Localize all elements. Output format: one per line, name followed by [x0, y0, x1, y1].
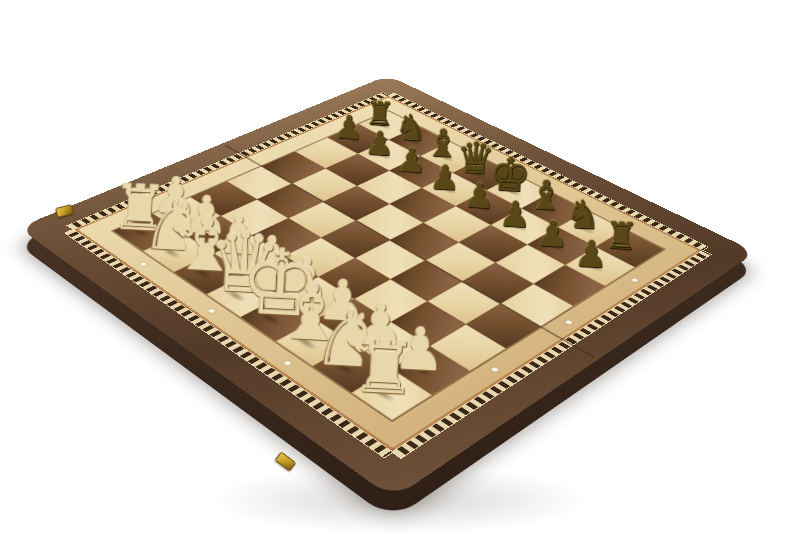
piece-shadow: [428, 179, 465, 198]
piece-black-pawn-h7[interactable]: ♟: [565, 236, 617, 273]
piece-shadow: [334, 130, 368, 147]
piece-shadow: [426, 148, 462, 166]
square-e6[interactable]: [423, 206, 490, 242]
square-c5[interactable]: [323, 186, 389, 221]
piece-black-rook-a8[interactable]: ♜: [358, 98, 402, 131]
square-c8[interactable]: ♝: [420, 142, 482, 173]
square-a7[interactable]: ♟: [328, 124, 389, 154]
piece-black-queen-d8[interactable]: ♛: [452, 137, 499, 180]
square-b7[interactable]: ♟: [358, 140, 420, 171]
piece-white-rook-h1[interactable]: ♜: [350, 331, 411, 403]
square-a5[interactable]: [262, 152, 326, 184]
piece-black-pawn-a7[interactable]: ♟: [326, 112, 371, 145]
piece-black-pawn-e7[interactable]: ♟: [455, 179, 504, 214]
square-d6[interactable]: [390, 188, 456, 223]
piece-black-bishop-c8[interactable]: ♝: [420, 124, 466, 162]
piece-shadow: [395, 132, 430, 149]
square-a6[interactable]: [295, 138, 358, 169]
square-e8[interactable]: ♚: [486, 175, 550, 208]
square-e7[interactable]: ♟: [456, 190, 522, 225]
piece-shadow: [364, 146, 399, 164]
piece-shadow: [396, 162, 432, 181]
piece-shadow: [492, 182, 530, 201]
piece-black-king-e8[interactable]: ♚: [486, 152, 534, 198]
piece-black-pawn-d7[interactable]: ♟: [421, 161, 469, 195]
square-b5[interactable]: [292, 168, 357, 201]
square-d5[interactable]: [356, 204, 423, 240]
square-a8[interactable]: ♜: [359, 111, 419, 140]
perspective-wrapper: ♜♞♝♛♚♝♞♜♟♟♟♟♟♟♟♟♟♟♟♟♟♟♟♟♜♞♝♛♚♝♞♜: [0, 0, 800, 537]
piece-black-pawn-c7[interactable]: ♟: [388, 144, 435, 178]
piece-shadow: [462, 197, 500, 217]
square-d7[interactable]: ♟: [422, 173, 487, 206]
square-a4[interactable]: [227, 166, 292, 199]
square-d8[interactable]: ♛: [453, 158, 516, 190]
square-b6[interactable]: [326, 154, 390, 186]
piece-black-knight-b8[interactable]: ♞: [388, 110, 433, 146]
square-c7[interactable]: ♟: [389, 156, 452, 188]
piece-shadow: [365, 117, 399, 134]
piece-black-pawn-b7[interactable]: ♟: [357, 128, 403, 161]
square-c6[interactable]: [357, 171, 422, 204]
piece-shadow: [459, 165, 496, 184]
chess-set-product-photo: ♜♞♝♛♚♝♞♜♟♟♟♟♟♟♟♟♟♟♟♟♟♟♟♟♜♞♝♛♚♝♞♜: [0, 0, 800, 537]
chess-board: ♜♞♝♛♚♝♞♜♟♟♟♟♟♟♟♟♟♟♟♟♟♟♟♟♜♞♝♛♚♝♞♜: [18, 75, 756, 499]
square-b8[interactable]: ♞: [389, 126, 450, 156]
piece-black-bishop-f8[interactable]: ♝: [521, 175, 570, 216]
square-b4[interactable]: [257, 184, 323, 219]
